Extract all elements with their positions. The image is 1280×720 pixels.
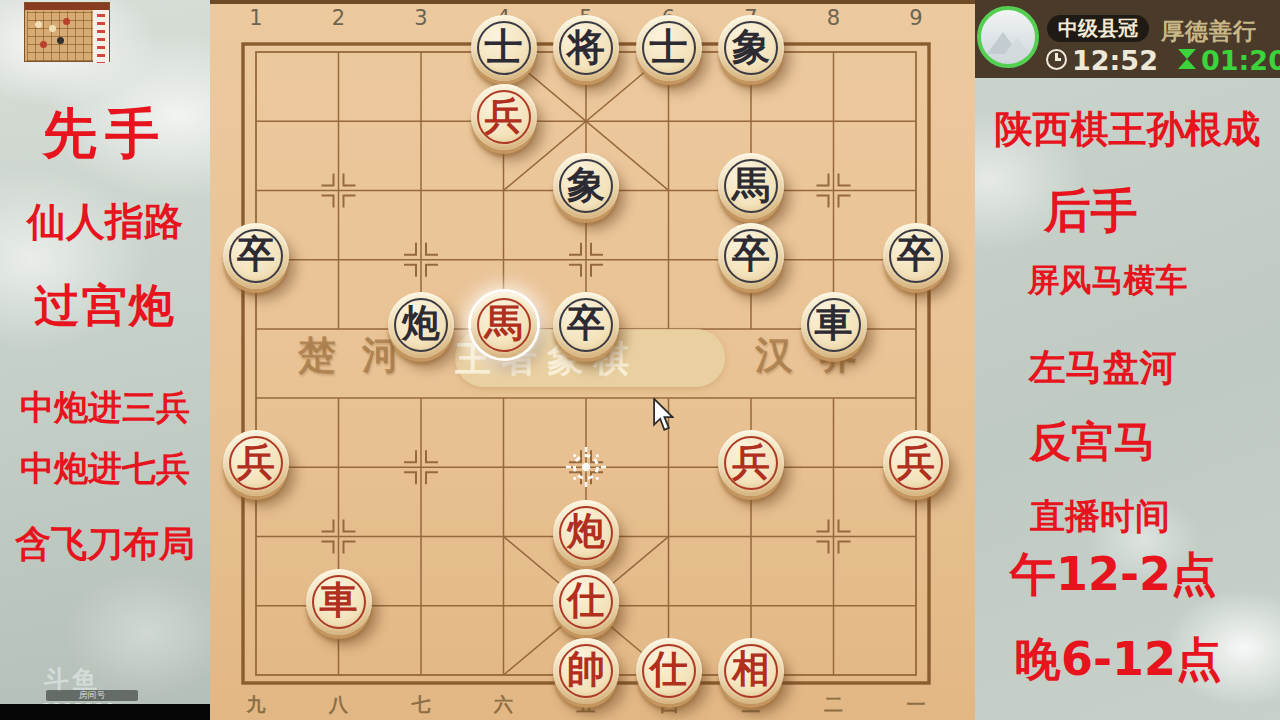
streamer-info-bar: 中级县冠 厚德善行 12:52 01:20	[975, 0, 1280, 78]
stream-frame: 先手 仙人指路 过宫炮 中炮进三兵 中炮进七兵 含飞刀布局 斗鱼 房间号 229…	[0, 0, 1280, 720]
pip-thumbnail	[24, 2, 110, 62]
piece-glyph: 象	[553, 153, 619, 217]
pip-thumbnail-header	[25, 3, 109, 10]
clock-icon	[1046, 49, 1067, 70]
piece-red-相[interactable]: 相	[718, 638, 784, 704]
piece-glyph: 士	[636, 15, 702, 79]
pieces-layer: 士将士象兵象馬卒卒卒炮馬卒車兵兵兵炮車仕帥仕相	[210, 0, 975, 720]
annotation-first-player: 先手	[0, 102, 210, 164]
piece-glyph: 卒	[553, 292, 619, 356]
piece-red-仕[interactable]: 仕	[553, 569, 619, 635]
mouse-cursor	[652, 398, 674, 432]
piece-glyph: 馬	[471, 292, 537, 356]
last-move-origin-marker	[562, 443, 610, 491]
piece-red-兵[interactable]: 兵	[223, 430, 289, 496]
piece-glyph: 相	[718, 638, 784, 702]
piece-glyph: 兵	[471, 84, 537, 148]
piece-glyph: 車	[306, 569, 372, 633]
piece-glyph: 馬	[718, 153, 784, 217]
streamer-name: 厚德善行	[1161, 16, 1257, 47]
piece-red-炮[interactable]: 炮	[553, 500, 619, 566]
piece-glyph: 車	[801, 292, 867, 356]
annotation-opening-5: 含飞刀布局	[0, 523, 210, 564]
countdown-time: 01:20	[1201, 45, 1280, 76]
piece-glyph: 炮	[388, 292, 454, 356]
piece-glyph: 兵	[718, 430, 784, 494]
piece-black-卒[interactable]: 卒	[223, 223, 289, 289]
piece-black-卒[interactable]: 卒	[553, 292, 619, 358]
piece-black-馬[interactable]: 馬	[718, 153, 784, 219]
piece-black-将[interactable]: 将	[553, 15, 619, 81]
pip-side-strip	[93, 10, 109, 63]
piece-glyph: 仕	[553, 569, 619, 633]
letterbox-bottom-left	[0, 704, 210, 720]
piece-glyph: 兵	[883, 430, 949, 494]
annotation-schedule-night: 晚6-12点	[975, 633, 1280, 686]
piece-glyph: 炮	[553, 500, 619, 564]
rank-badge: 中级县冠	[1047, 15, 1149, 42]
piece-red-兵[interactable]: 兵	[471, 84, 537, 150]
hourglass-icon	[1178, 49, 1196, 59]
piece-red-仕[interactable]: 仕	[636, 638, 702, 704]
annotation-schedule-noon: 午12-2点	[975, 548, 1280, 601]
piece-glyph: 士	[471, 15, 537, 79]
piece-glyph: 将	[553, 15, 619, 79]
annotation-opening-4: 中炮进七兵	[0, 449, 210, 488]
piece-black-象[interactable]: 象	[718, 15, 784, 81]
streamer-avatar[interactable]	[977, 6, 1039, 68]
annotation-defense-3: 反宫马	[975, 418, 1280, 466]
piece-black-車[interactable]: 車	[801, 292, 867, 358]
piece-black-士[interactable]: 士	[471, 15, 537, 81]
piece-red-車[interactable]: 車	[306, 569, 372, 635]
pip-mini-pieces	[35, 21, 42, 28]
piece-glyph: 卒	[718, 223, 784, 287]
piece-black-卒[interactable]: 卒	[718, 223, 784, 289]
annotation-schedule-title: 直播时间	[975, 496, 1280, 536]
piece-glyph: 兵	[223, 430, 289, 494]
annotation-opening-1: 仙人指路	[0, 200, 210, 245]
pip-mini-board	[27, 11, 93, 61]
piece-glyph: 帥	[553, 638, 619, 702]
piece-glyph: 象	[718, 15, 784, 79]
annotation-opponent-name: 陕西棋王孙根成	[975, 108, 1280, 152]
annotation-defense-2: 左马盘河	[975, 347, 1280, 390]
piece-black-象[interactable]: 象	[553, 153, 619, 219]
annotation-opening-3: 中炮进三兵	[0, 388, 210, 427]
piece-black-士[interactable]: 士	[636, 15, 702, 81]
piece-red-兵[interactable]: 兵	[883, 430, 949, 496]
piece-black-炮[interactable]: 炮	[388, 292, 454, 358]
piece-glyph: 仕	[636, 638, 702, 702]
annotation-opening-2: 过宫炮	[0, 280, 210, 332]
piece-black-卒[interactable]: 卒	[883, 223, 949, 289]
annotation-defense-1: 屏风马横车	[975, 262, 1280, 299]
piece-glyph: 卒	[223, 223, 289, 287]
piece-red-兵[interactable]: 兵	[718, 430, 784, 496]
piece-glyph: 卒	[883, 223, 949, 287]
annotation-second-player: 后手	[975, 184, 1280, 238]
piece-red-帥[interactable]: 帥	[553, 638, 619, 704]
xiangqi-board[interactable]: 楚河 汉界 王者象棋 123456789九八七六五四三二一 士将士象兵象馬卒卒卒…	[210, 0, 975, 720]
piece-red-馬[interactable]: 馬	[471, 292, 537, 358]
right-annotation-panel: 陕西棋王孙根成 后手 屏风马横车 左马盘河 反宫马 直播时间 午12-2点 晚6…	[975, 0, 1280, 720]
elapsed-time: 12:52	[1072, 45, 1158, 76]
mountain-icon-2	[1003, 38, 1031, 56]
left-annotation-panel: 先手 仙人指路 过宫炮 中炮进三兵 中炮进七兵 含飞刀布局 斗鱼 房间号 229…	[0, 0, 210, 720]
